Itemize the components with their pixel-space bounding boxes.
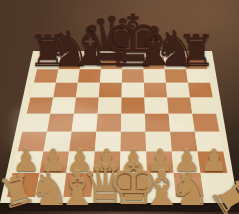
pieces-layer: ♜♞♝♛♚♝♞♜♟♟♟♟♟♟♟♟♜♞♝♛♚♝♞♜ <box>0 0 239 214</box>
black-rook-h8[interactable]: ♜ <box>177 29 216 73</box>
white-knight-g1[interactable]: ♞ <box>169 166 210 212</box>
chess-set-photo: ♜♞♝♛♚♝♞♜♟♟♟♟♟♟♟♟♜♞♝♛♚♝♞♜ <box>0 0 239 214</box>
